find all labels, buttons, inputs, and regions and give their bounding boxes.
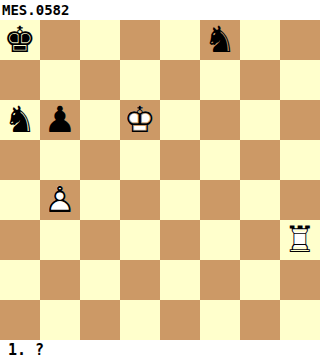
black-knight-a6[interactable]: ♞ — [0, 100, 40, 140]
square-e2[interactable] — [160, 260, 200, 300]
square-e1[interactable] — [160, 300, 200, 340]
square-e3[interactable] — [160, 220, 200, 260]
square-a7[interactable] — [0, 60, 40, 100]
square-g8[interactable] — [240, 20, 280, 60]
square-f2[interactable] — [200, 260, 240, 300]
white-king-d6[interactable]: ♚♔ — [120, 100, 160, 140]
square-a8[interactable]: ♚ — [0, 20, 40, 60]
square-d3[interactable] — [120, 220, 160, 260]
square-c8[interactable] — [80, 20, 120, 60]
square-b4[interactable]: ♟♙ — [40, 180, 80, 220]
square-b6[interactable]: ♟ — [40, 100, 80, 140]
square-d6[interactable]: ♚♔ — [120, 100, 160, 140]
puzzle-id-label: MES.0582 — [0, 0, 69, 20]
square-h8[interactable] — [280, 20, 320, 60]
square-c2[interactable] — [80, 260, 120, 300]
square-g1[interactable] — [240, 300, 280, 340]
square-a2[interactable] — [0, 260, 40, 300]
square-f8[interactable]: ♞ — [200, 20, 240, 60]
square-a4[interactable] — [0, 180, 40, 220]
black-pawn-b6[interactable]: ♟ — [40, 100, 80, 140]
square-g7[interactable] — [240, 60, 280, 100]
piece-outline: ♖ — [280, 220, 320, 260]
white-pawn-b4[interactable]: ♟♙ — [40, 180, 80, 220]
square-e4[interactable] — [160, 180, 200, 220]
chess-board: ♚♞♞♟♚♔♟♙♜♖ — [0, 20, 320, 340]
status-bar: 1. ? — [0, 340, 320, 360]
square-g5[interactable] — [240, 140, 280, 180]
square-g2[interactable] — [240, 260, 280, 300]
square-b5[interactable] — [40, 140, 80, 180]
square-d1[interactable] — [120, 300, 160, 340]
square-e7[interactable] — [160, 60, 200, 100]
square-b1[interactable] — [40, 300, 80, 340]
black-king-a8[interactable]: ♚ — [0, 20, 40, 60]
square-h3[interactable]: ♜♖ — [280, 220, 320, 260]
square-b2[interactable] — [40, 260, 80, 300]
square-a5[interactable] — [0, 140, 40, 180]
square-a1[interactable] — [0, 300, 40, 340]
square-c3[interactable] — [80, 220, 120, 260]
square-d7[interactable] — [120, 60, 160, 100]
square-b8[interactable] — [40, 20, 80, 60]
square-e6[interactable] — [160, 100, 200, 140]
square-h7[interactable] — [280, 60, 320, 100]
square-h6[interactable] — [280, 100, 320, 140]
square-f6[interactable] — [200, 100, 240, 140]
square-d2[interactable] — [120, 260, 160, 300]
square-d5[interactable] — [120, 140, 160, 180]
square-b7[interactable] — [40, 60, 80, 100]
square-c6[interactable] — [80, 100, 120, 140]
square-f5[interactable] — [200, 140, 240, 180]
black-knight-f8[interactable]: ♞ — [200, 20, 240, 60]
square-d8[interactable] — [120, 20, 160, 60]
square-h1[interactable] — [280, 300, 320, 340]
square-e5[interactable] — [160, 140, 200, 180]
square-f4[interactable] — [200, 180, 240, 220]
square-c5[interactable] — [80, 140, 120, 180]
square-c4[interactable] — [80, 180, 120, 220]
square-b3[interactable] — [40, 220, 80, 260]
square-f3[interactable] — [200, 220, 240, 260]
square-g4[interactable] — [240, 180, 280, 220]
white-rook-h3[interactable]: ♜♖ — [280, 220, 320, 260]
square-h5[interactable] — [280, 140, 320, 180]
square-g3[interactable] — [240, 220, 280, 260]
square-f1[interactable] — [200, 300, 240, 340]
square-a3[interactable] — [0, 220, 40, 260]
square-h2[interactable] — [280, 260, 320, 300]
piece-outline: ♔ — [120, 100, 160, 140]
square-e8[interactable] — [160, 20, 200, 60]
square-a6[interactable]: ♞ — [0, 100, 40, 140]
square-g6[interactable] — [240, 100, 280, 140]
square-c7[interactable] — [80, 60, 120, 100]
square-d4[interactable] — [120, 180, 160, 220]
title-bar: MES.0582 — [0, 0, 320, 20]
square-c1[interactable] — [80, 300, 120, 340]
move-prompt-label: 1. ? — [0, 340, 44, 360]
square-f7[interactable] — [200, 60, 240, 100]
square-h4[interactable] — [280, 180, 320, 220]
piece-outline: ♙ — [40, 180, 80, 220]
